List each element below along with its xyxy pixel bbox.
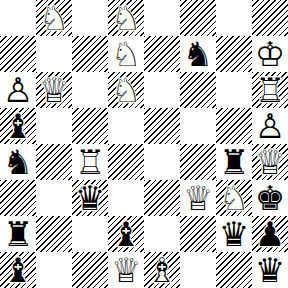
black-knight-a4: ♞♞	[0, 144, 36, 180]
square-f8[interactable]	[180, 0, 216, 36]
square-c6[interactable]	[72, 72, 108, 108]
white-queen-b6: ♛♕	[36, 72, 72, 108]
square-h5[interactable]: ♟♙	[252, 108, 288, 144]
square-h7[interactable]: ♚♔	[252, 36, 288, 72]
piece-glyph: ♘	[216, 180, 252, 216]
square-g4[interactable]: ♜♜	[216, 144, 252, 180]
square-h8[interactable]	[252, 0, 288, 36]
piece-glyph: ♙	[0, 72, 36, 108]
black-rook-a2: ♜♜	[0, 216, 36, 252]
square-a8[interactable]	[0, 0, 36, 36]
square-a1[interactable]: ♝♝	[0, 252, 36, 288]
piece-glyph: ♜	[0, 216, 36, 252]
square-c2[interactable]	[72, 216, 108, 252]
square-b8[interactable]: ♞♘	[36, 0, 72, 36]
square-f2[interactable]	[180, 216, 216, 252]
white-knight-b8: ♞♘	[36, 0, 72, 36]
square-g5[interactable]	[216, 108, 252, 144]
white-knight-d7: ♞♘	[108, 36, 144, 72]
white-rook-h6: ♜♖	[252, 72, 288, 108]
square-h1[interactable]: ♛♛	[252, 252, 288, 288]
black-queen-c3: ♛♛	[72, 180, 108, 216]
square-g3[interactable]: ♞♘	[216, 180, 252, 216]
white-queen-f3: ♛♕	[180, 180, 216, 216]
square-d8[interactable]: ♞♘	[108, 0, 144, 36]
black-queen-g2: ♛♛	[216, 216, 252, 252]
white-pawn-h5: ♟♙	[252, 108, 288, 144]
square-h2[interactable]: ♟♟	[252, 216, 288, 252]
piece-glyph: ♕	[36, 72, 72, 108]
white-queen-d1: ♛♕	[108, 252, 144, 288]
square-d3[interactable]	[108, 180, 144, 216]
piece-glyph: ♛	[216, 216, 252, 252]
square-g8[interactable]	[216, 0, 252, 36]
square-b3[interactable]	[36, 180, 72, 216]
black-pawn-h2: ♟♟	[252, 216, 288, 252]
piece-glyph: ♝	[108, 216, 144, 252]
square-f6[interactable]	[180, 72, 216, 108]
square-d5[interactable]	[108, 108, 144, 144]
square-b1[interactable]	[36, 252, 72, 288]
piece-glyph: ♘	[36, 0, 72, 36]
square-b6[interactable]: ♛♕	[36, 72, 72, 108]
square-f4[interactable]	[180, 144, 216, 180]
square-a6[interactable]: ♟♙	[0, 72, 36, 108]
square-c8[interactable]	[72, 0, 108, 36]
piece-glyph: ♝	[0, 108, 36, 144]
square-e4[interactable]	[144, 144, 180, 180]
square-c3[interactable]: ♛♛	[72, 180, 108, 216]
square-a7[interactable]	[0, 36, 36, 72]
square-b5[interactable]	[36, 108, 72, 144]
piece-glyph: ♝	[0, 252, 36, 288]
piece-glyph: ♖	[72, 144, 108, 180]
square-e2[interactable]	[144, 216, 180, 252]
black-queen-h1: ♛♛	[252, 252, 288, 288]
square-d7[interactable]: ♞♘	[108, 36, 144, 72]
square-g1[interactable]	[216, 252, 252, 288]
piece-glyph: ♘	[108, 36, 144, 72]
piece-glyph: ♗	[144, 252, 180, 288]
piece-glyph: ♖	[252, 72, 288, 108]
white-queen-h4: ♛♕	[252, 144, 288, 180]
piece-glyph: ♜	[216, 144, 252, 180]
square-d1[interactable]: ♛♕	[108, 252, 144, 288]
piece-glyph: ♕	[108, 252, 144, 288]
white-knight-d6: ♞♘	[108, 72, 144, 108]
square-e5[interactable]	[144, 108, 180, 144]
chessboard: ♞♘♞♘♞♘♞♞♚♔♟♙♛♕♞♘♜♖♝♝♟♙♞♞♜♖♜♜♛♕♛♛♛♕♞♘♚♚♜♜…	[0, 0, 288, 288]
piece-glyph: ♟	[252, 216, 288, 252]
square-c4[interactable]: ♜♖	[72, 144, 108, 180]
white-knight-g3: ♞♘	[216, 180, 252, 216]
square-a2[interactable]: ♜♜	[0, 216, 36, 252]
black-king-h3: ♚♚	[252, 180, 288, 216]
piece-glyph: ♕	[252, 144, 288, 180]
square-f5[interactable]	[180, 108, 216, 144]
white-bishop-e1: ♝♗	[144, 252, 180, 288]
square-c1[interactable]	[72, 252, 108, 288]
white-king-h7: ♚♔	[252, 36, 288, 72]
square-f1[interactable]	[180, 252, 216, 288]
square-g6[interactable]	[216, 72, 252, 108]
square-h6[interactable]: ♜♖	[252, 72, 288, 108]
square-e6[interactable]	[144, 72, 180, 108]
piece-glyph: ♕	[180, 180, 216, 216]
square-h3[interactable]: ♚♚	[252, 180, 288, 216]
square-e7[interactable]	[144, 36, 180, 72]
square-c7[interactable]	[72, 36, 108, 72]
black-bishop-a1: ♝♝	[0, 252, 36, 288]
square-d2[interactable]: ♝♝	[108, 216, 144, 252]
square-a3[interactable]	[0, 180, 36, 216]
square-b7[interactable]	[36, 36, 72, 72]
white-rook-c4: ♜♖	[72, 144, 108, 180]
black-knight-f7: ♞♞	[180, 36, 216, 72]
piece-glyph: ♚	[252, 180, 288, 216]
square-d4[interactable]	[108, 144, 144, 180]
square-f7[interactable]: ♞♞	[180, 36, 216, 72]
piece-glyph: ♘	[108, 0, 144, 36]
square-a5[interactable]: ♝♝	[0, 108, 36, 144]
black-bishop-a5: ♝♝	[0, 108, 36, 144]
square-b2[interactable]	[36, 216, 72, 252]
square-g7[interactable]	[216, 36, 252, 72]
piece-glyph: ♞	[180, 36, 216, 72]
square-e1[interactable]: ♝♗	[144, 252, 180, 288]
square-e8[interactable]	[144, 0, 180, 36]
square-h4[interactable]: ♛♕	[252, 144, 288, 180]
piece-glyph: ♞	[0, 144, 36, 180]
black-rook-g4: ♜♜	[216, 144, 252, 180]
piece-glyph: ♛	[72, 180, 108, 216]
piece-glyph: ♘	[108, 72, 144, 108]
white-pawn-a6: ♟♙	[0, 72, 36, 108]
white-knight-d8: ♞♘	[108, 0, 144, 36]
piece-glyph: ♔	[252, 36, 288, 72]
square-b4[interactable]	[36, 144, 72, 180]
square-a4[interactable]: ♞♞	[0, 144, 36, 180]
square-e3[interactable]	[144, 180, 180, 216]
black-bishop-d2: ♝♝	[108, 216, 144, 252]
piece-glyph: ♛	[252, 252, 288, 288]
square-f3[interactable]: ♛♕	[180, 180, 216, 216]
square-c5[interactable]	[72, 108, 108, 144]
square-d6[interactable]: ♞♘	[108, 72, 144, 108]
square-g2[interactable]: ♛♛	[216, 216, 252, 252]
piece-glyph: ♙	[252, 108, 288, 144]
